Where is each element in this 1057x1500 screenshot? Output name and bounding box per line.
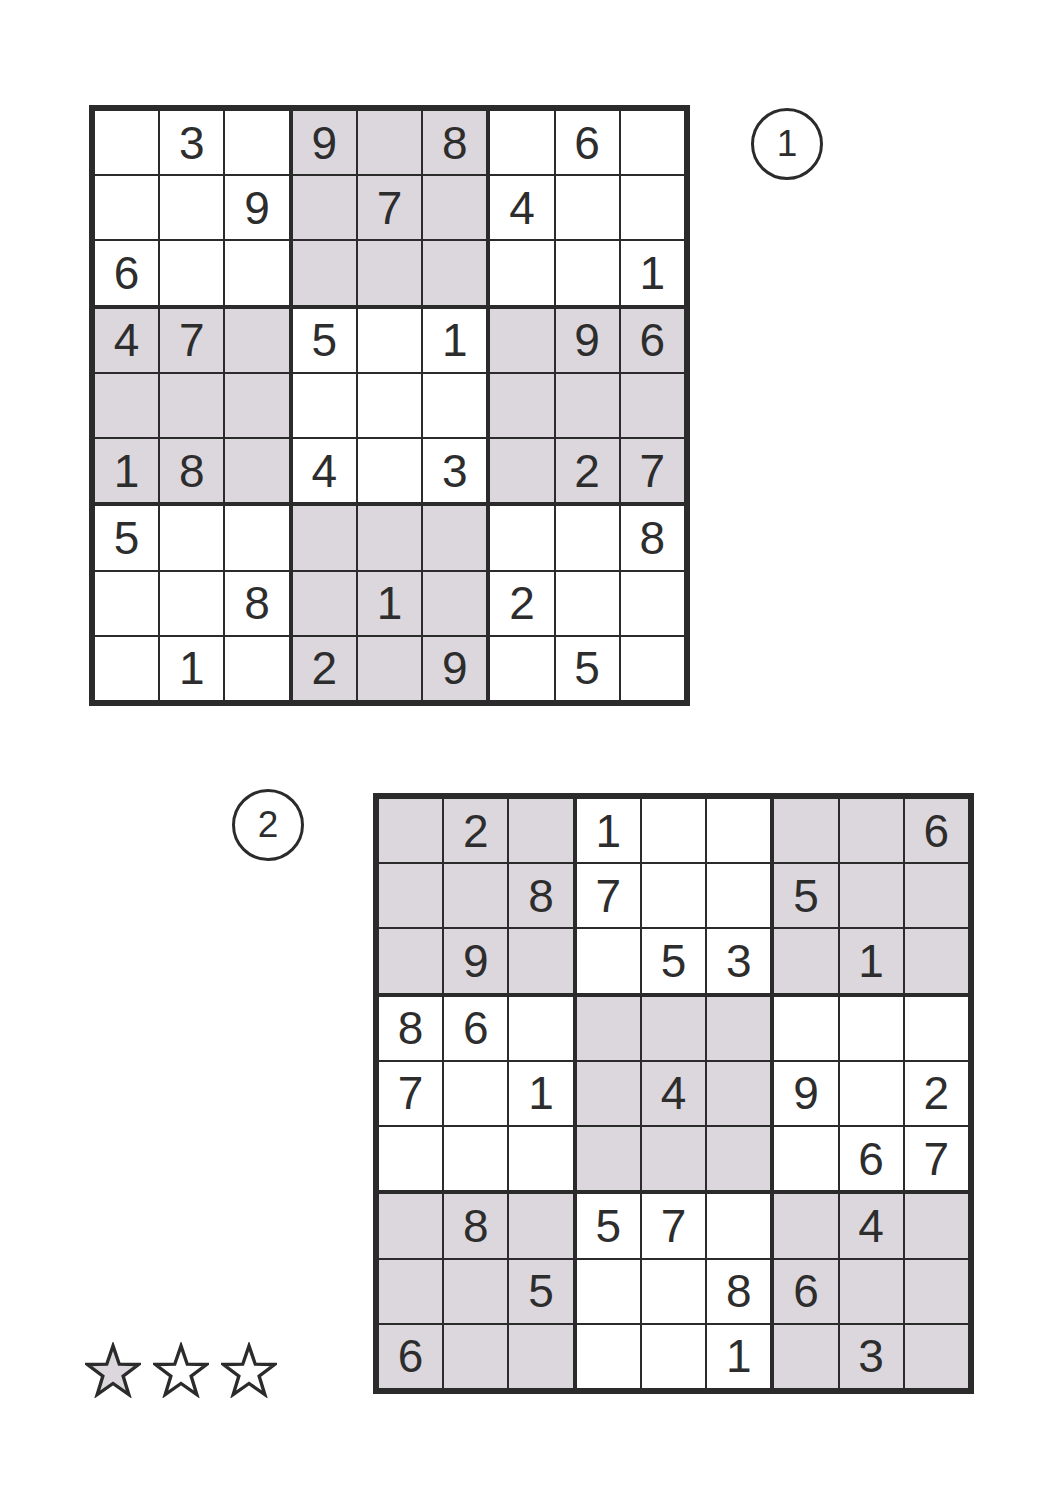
puzzle-1-box-5: 5143 (293, 309, 487, 503)
puzzle-2-cell-r7c4[interactable]: 5 (577, 1194, 640, 1257)
puzzle-1-cell-r9c5[interactable] (358, 637, 421, 700)
puzzle-2-box-2: 1753 (577, 799, 771, 993)
puzzle-2-cell-r6c5[interactable] (642, 1127, 705, 1190)
puzzle-2-cell-r1c4[interactable]: 1 (577, 799, 640, 862)
puzzle-1-cell-r3c7[interactable] (490, 241, 553, 304)
puzzle-1-cell-r8c4[interactable] (293, 572, 356, 635)
puzzle-2-cell-r3c6[interactable]: 3 (707, 929, 770, 992)
puzzle-1-cell-r7c6[interactable] (423, 506, 486, 569)
puzzle-2-cell-r5c5[interactable]: 4 (642, 1062, 705, 1125)
puzzle-1-cell-r2c1[interactable] (95, 176, 158, 239)
puzzle-1-cell-r9c2[interactable]: 1 (160, 637, 223, 700)
puzzle-2-cell-r1c3[interactable] (509, 799, 572, 862)
puzzle-1-number-badge: 1 (751, 108, 823, 180)
puzzle-1-cell-r6c5[interactable] (358, 439, 421, 502)
puzzle-1-cell-r7c9[interactable]: 8 (621, 506, 684, 569)
puzzle-2-cell-r4c7[interactable] (774, 997, 837, 1060)
puzzle-1-cell-r1c5[interactable] (358, 111, 421, 174)
puzzle-1-cell-r2c2[interactable] (160, 176, 223, 239)
puzzle-2-cell-r4c2[interactable]: 6 (444, 997, 507, 1060)
puzzle-2-cell-r1c2[interactable]: 2 (444, 799, 507, 862)
puzzle-1-cell-r2c9[interactable] (621, 176, 684, 239)
puzzle-1-cell-r9c9[interactable] (621, 637, 684, 700)
puzzle-2-cell-r7c3[interactable] (509, 1194, 572, 1257)
puzzle-2-cell-r4c6[interactable] (707, 997, 770, 1060)
puzzle-2-box-6: 9267 (774, 997, 968, 1191)
puzzle-2-cell-r6c4[interactable] (577, 1127, 640, 1190)
puzzle-2-cell-r6c2[interactable] (444, 1127, 507, 1190)
puzzle-2-cell-r1c5[interactable] (642, 799, 705, 862)
puzzle-1-cell-r3c4[interactable] (293, 241, 356, 304)
puzzle-1-cell-r1c8[interactable]: 6 (556, 111, 619, 174)
puzzle-1-cell-r2c7[interactable]: 4 (490, 176, 553, 239)
difficulty-star-empty-icon (153, 1342, 209, 1398)
puzzle-2-box-1: 289 (379, 799, 573, 993)
puzzle-2-cell-r7c1[interactable] (379, 1194, 442, 1257)
puzzle-1-cell-r9c8[interactable]: 5 (556, 637, 619, 700)
puzzle-2-cell-r7c7[interactable] (774, 1194, 837, 1257)
puzzle-1-cell-r8c9[interactable] (621, 572, 684, 635)
puzzle-1-cell-r8c8[interactable] (556, 572, 619, 635)
puzzle-1-cell-r1c7[interactable] (490, 111, 553, 174)
puzzle-2-cell-r6c3[interactable] (509, 1127, 572, 1190)
puzzle-2-box-4: 8671 (379, 997, 573, 1191)
puzzle-2-cell-r1c1[interactable] (379, 799, 442, 862)
puzzle-2-cell-r2c1[interactable] (379, 864, 442, 927)
puzzle-2-cell-r3c1[interactable] (379, 929, 442, 992)
puzzle-1-cell-r6c7[interactable] (490, 439, 553, 502)
puzzle-2-cell-r5c1[interactable]: 7 (379, 1062, 442, 1125)
puzzle-2-cell-r4c5[interactable] (642, 997, 705, 1060)
puzzle-1-cell-r1c6[interactable]: 8 (423, 111, 486, 174)
puzzle-1-cell-r7c8[interactable] (556, 506, 619, 569)
puzzle-2-cell-r3c9[interactable] (905, 929, 968, 992)
puzzle-1-cell-r3c6[interactable] (423, 241, 486, 304)
puzzle-2-cell-r6c1[interactable] (379, 1127, 442, 1190)
puzzle-1-cell-r7c1[interactable]: 5 (95, 506, 158, 569)
puzzle-1-cell-r3c9[interactable]: 1 (621, 241, 684, 304)
puzzle-1-cell-r9c3[interactable] (225, 637, 288, 700)
puzzle-1-cell-r7c2[interactable] (160, 506, 223, 569)
puzzle-1-box-1: 396 (95, 111, 289, 305)
puzzle-2-cell-r6c7[interactable] (774, 1127, 837, 1190)
puzzle-1-cell-r8c6[interactable] (423, 572, 486, 635)
puzzle-2-cell-r5c4[interactable] (577, 1062, 640, 1125)
puzzle-1-cell-r2c8[interactable] (556, 176, 619, 239)
puzzle-1-cell-r6c6[interactable]: 3 (423, 439, 486, 502)
puzzle-2-box-5: 4 (577, 997, 771, 1191)
puzzle-1-cell-r5c9[interactable] (621, 374, 684, 437)
puzzle-1-cell-r2c5[interactable]: 7 (358, 176, 421, 239)
difficulty-star-filled-icon (85, 1342, 141, 1398)
puzzle-2-cell-r1c6[interactable] (707, 799, 770, 862)
puzzle-1-cell-r6c4[interactable]: 4 (293, 439, 356, 502)
puzzle-2-cell-r1c9[interactable]: 6 (905, 799, 968, 862)
puzzle-1-cell-r7c3[interactable] (225, 506, 288, 569)
puzzle-1-cell-r9c6[interactable]: 9 (423, 637, 486, 700)
puzzle-2-cell-r9c2[interactable] (444, 1325, 507, 1388)
puzzle-1-cell-r9c4[interactable]: 2 (293, 637, 356, 700)
puzzle-1-cell-r7c7[interactable] (490, 506, 553, 569)
puzzle-1-cell-r9c1[interactable] (95, 637, 158, 700)
puzzle-2-cell-r6c9[interactable]: 7 (905, 1127, 968, 1190)
puzzle-1-cell-r4c5[interactable] (358, 309, 421, 372)
puzzle-1-cell-r6c1[interactable]: 1 (95, 439, 158, 502)
puzzle-1-cell-r5c3[interactable] (225, 374, 288, 437)
puzzle-1-cell-r8c2[interactable] (160, 572, 223, 635)
puzzle-2-cell-r1c8[interactable] (840, 799, 903, 862)
puzzle-1-cell-r4c9[interactable]: 6 (621, 309, 684, 372)
puzzle-2-cell-r2c7[interactable]: 5 (774, 864, 837, 927)
puzzle-2-cell-r7c9[interactable] (905, 1194, 968, 1257)
puzzle-1-cell-r3c3[interactable] (225, 241, 288, 304)
puzzle-2-cell-r7c8[interactable]: 4 (840, 1194, 903, 1257)
puzzle-1-box-7: 581 (95, 506, 289, 700)
puzzle-2-cell-r1c7[interactable] (774, 799, 837, 862)
puzzle-2-box-7: 856 (379, 1194, 573, 1388)
puzzle-2-cell-r9c1[interactable]: 6 (379, 1325, 442, 1388)
puzzle-1-cell-r6c8[interactable]: 2 (556, 439, 619, 502)
puzzle-2-cell-r5c3[interactable]: 1 (509, 1062, 572, 1125)
puzzle-1-cell-r3c1[interactable]: 6 (95, 241, 158, 304)
puzzle-2-cell-r7c2[interactable]: 8 (444, 1194, 507, 1257)
puzzle-1-cell-r5c2[interactable] (160, 374, 223, 437)
puzzle-1-cell-r4c8[interactable]: 9 (556, 309, 619, 372)
puzzle-2-cell-r4c9[interactable] (905, 997, 968, 1060)
puzzle-page: 396987641471851439627581129825 1 2891753… (0, 0, 1057, 1500)
puzzle-2-cell-r4c4[interactable] (577, 997, 640, 1060)
puzzle-1-cell-r8c5[interactable]: 1 (358, 572, 421, 635)
difficulty-star-empty-icon (221, 1342, 277, 1398)
puzzle-1-cell-r5c8[interactable] (556, 374, 619, 437)
puzzle-1-cell-r5c5[interactable] (358, 374, 421, 437)
puzzle-2-cell-r3c4[interactable] (577, 929, 640, 992)
puzzle-2-cell-r9c4[interactable] (577, 1325, 640, 1388)
puzzle-1-cell-r5c7[interactable] (490, 374, 553, 437)
puzzle-1-box-6: 9627 (490, 309, 684, 503)
puzzle-2-cell-r4c8[interactable] (840, 997, 903, 1060)
puzzle-1-cell-r1c9[interactable] (621, 111, 684, 174)
puzzle-1-cell-r1c4[interactable]: 9 (293, 111, 356, 174)
puzzle-2-cell-r3c8[interactable]: 1 (840, 929, 903, 992)
puzzle-2-box-3: 651 (774, 799, 968, 993)
puzzle-2-cell-r7c5[interactable]: 7 (642, 1194, 705, 1257)
puzzle-2-cell-r6c8[interactable]: 6 (840, 1127, 903, 1190)
puzzle-2-cell-r8c3[interactable]: 5 (509, 1260, 572, 1323)
puzzle-2-cell-r5c6[interactable] (707, 1062, 770, 1125)
puzzle-1-cell-r1c2[interactable]: 3 (160, 111, 223, 174)
puzzle-2-cell-r3c7[interactable] (774, 929, 837, 992)
puzzle-2-cell-r9c5[interactable] (642, 1325, 705, 1388)
puzzle-1-box-9: 825 (490, 506, 684, 700)
puzzle-1-cell-r2c4[interactable] (293, 176, 356, 239)
puzzle-1-box-4: 4718 (95, 309, 289, 503)
puzzle-1-cell-r4c3[interactable] (225, 309, 288, 372)
puzzle-2-cell-r4c1[interactable]: 8 (379, 997, 442, 1060)
puzzle-2-cell-r6c6[interactable] (707, 1127, 770, 1190)
puzzle-1-cell-r4c4[interactable]: 5 (293, 309, 356, 372)
puzzle-1-cell-r1c1[interactable] (95, 111, 158, 174)
puzzle-2-cell-r3c5[interactable]: 5 (642, 929, 705, 992)
puzzle-1-cell-r8c3[interactable]: 8 (225, 572, 288, 635)
puzzle-2-cell-r5c8[interactable] (840, 1062, 903, 1125)
puzzle-1-cell-r9c7[interactable] (490, 637, 553, 700)
puzzle-1-cell-r5c1[interactable] (95, 374, 158, 437)
puzzle-2-cell-r2c8[interactable] (840, 864, 903, 927)
puzzle-1-cell-r5c6[interactable] (423, 374, 486, 437)
difficulty-rating (85, 1342, 277, 1398)
puzzle-2-cell-r5c9[interactable]: 2 (905, 1062, 968, 1125)
puzzle-2-cell-r8c1[interactable] (379, 1260, 442, 1323)
puzzle-1-cell-r3c8[interactable] (556, 241, 619, 304)
puzzle-1-cell-r4c6[interactable]: 1 (423, 309, 486, 372)
puzzle-2-cell-r9c6[interactable]: 1 (707, 1325, 770, 1388)
puzzle-2-cell-r8c2[interactable] (444, 1260, 507, 1323)
puzzle-1-cell-r8c1[interactable] (95, 572, 158, 635)
sudoku-board-1: 396987641471851439627581129825 (89, 105, 690, 706)
puzzle-1-cell-r2c3[interactable]: 9 (225, 176, 288, 239)
puzzle-2-cell-r2c2[interactable] (444, 864, 507, 927)
puzzle-2-box-8: 5781 (577, 1194, 771, 1388)
puzzle-1-box-8: 129 (293, 506, 487, 700)
puzzle-1-cell-r7c5[interactable] (358, 506, 421, 569)
puzzle-2-cell-r2c3[interactable]: 8 (509, 864, 572, 927)
puzzle-1-cell-r8c7[interactable]: 2 (490, 572, 553, 635)
puzzle-2-cell-r8c8[interactable] (840, 1260, 903, 1323)
puzzle-2-cell-r2c9[interactable] (905, 864, 968, 927)
puzzle-1-cell-r7c4[interactable] (293, 506, 356, 569)
puzzle-1-cell-r5c4[interactable] (293, 374, 356, 437)
puzzle-1-cell-r4c7[interactable] (490, 309, 553, 372)
puzzle-1-cell-r1c3[interactable] (225, 111, 288, 174)
puzzle-2-cell-r8c5[interactable] (642, 1260, 705, 1323)
puzzle-2-cell-r8c9[interactable] (905, 1260, 968, 1323)
puzzle-2-cell-r7c6[interactable] (707, 1194, 770, 1257)
puzzle-2-cell-r8c7[interactable]: 6 (774, 1260, 837, 1323)
puzzle-1-box-3: 641 (490, 111, 684, 305)
puzzle-2-cell-r9c8[interactable]: 3 (840, 1325, 903, 1388)
puzzle-2-cell-r9c3[interactable] (509, 1325, 572, 1388)
puzzle-2-cell-r5c2[interactable] (444, 1062, 507, 1125)
puzzle-2-cell-r8c6[interactable]: 8 (707, 1260, 770, 1323)
puzzle-1-cell-r4c2[interactable]: 7 (160, 309, 223, 372)
puzzle-1-cell-r4c1[interactable]: 4 (95, 309, 158, 372)
puzzle-2-cell-r5c7[interactable]: 9 (774, 1062, 837, 1125)
puzzle-2-cell-r9c7[interactable] (774, 1325, 837, 1388)
puzzle-2-number-badge: 2 (232, 789, 304, 861)
puzzle-2-cell-r8c4[interactable] (577, 1260, 640, 1323)
puzzle-2-cell-r3c3[interactable] (509, 929, 572, 992)
puzzle-2-cell-r2c5[interactable] (642, 864, 705, 927)
puzzle-2-cell-r4c3[interactable] (509, 997, 572, 1060)
puzzle-2-box-9: 463 (774, 1194, 968, 1388)
puzzle-1-cell-r2c6[interactable] (423, 176, 486, 239)
puzzle-1-cell-r6c9[interactable]: 7 (621, 439, 684, 502)
puzzle-1-cell-r3c5[interactable] (358, 241, 421, 304)
puzzle-1-cell-r6c3[interactable] (225, 439, 288, 502)
puzzle-1-box-2: 987 (293, 111, 487, 305)
puzzle-2-cell-r2c6[interactable] (707, 864, 770, 927)
puzzle-2-cell-r3c2[interactable]: 9 (444, 929, 507, 992)
puzzle-1-cell-r6c2[interactable]: 8 (160, 439, 223, 502)
puzzle-2-cell-r9c9[interactable] (905, 1325, 968, 1388)
puzzle-2-cell-r2c4[interactable]: 7 (577, 864, 640, 927)
sudoku-board-2: 28917536518671492678565781463 (373, 793, 974, 1394)
puzzle-1-cell-r3c2[interactable] (160, 241, 223, 304)
